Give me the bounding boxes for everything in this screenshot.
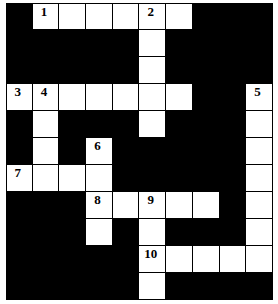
cell-r10c9[interactable] [220, 246, 247, 273]
cell-r8c10[interactable] [246, 192, 273, 219]
cell-r7c4[interactable] [86, 165, 113, 192]
cell-r9c2 [33, 219, 60, 246]
cell-r3c10 [246, 57, 273, 84]
cell-r1c3[interactable] [59, 3, 86, 30]
cell-r3c5 [113, 57, 140, 84]
cell-r10c1 [6, 246, 33, 273]
clue-number-4: 4 [33, 84, 56, 100]
crossword-board: 12345678910 [6, 3, 273, 300]
cell-r11c1 [6, 273, 33, 300]
cell-r1c7[interactable] [166, 3, 193, 30]
cell-r9c1 [6, 219, 33, 246]
cell-r9c9 [220, 219, 247, 246]
cell-r4c4[interactable] [86, 84, 113, 111]
cell-r6c2[interactable] [33, 138, 60, 165]
cell-r4c1[interactable]: 3 [6, 84, 33, 111]
cell-r7c3[interactable] [59, 165, 86, 192]
cell-r11c10 [246, 273, 273, 300]
cell-r4c7[interactable] [166, 84, 193, 111]
crossword-page: 12345678910 [0, 0, 278, 304]
cell-r8c9 [220, 192, 247, 219]
cell-r9c7 [166, 219, 193, 246]
cell-r3c9 [220, 57, 247, 84]
cell-r6c8 [193, 138, 220, 165]
cell-r4c8 [193, 84, 220, 111]
cell-r5c4 [86, 111, 113, 138]
cell-r5c10[interactable] [246, 111, 273, 138]
cell-r10c6[interactable]: 10 [139, 246, 166, 273]
cell-r3c3 [59, 57, 86, 84]
cell-r8c3 [59, 192, 86, 219]
cell-r8c1 [6, 192, 33, 219]
cell-r1c8 [193, 3, 220, 30]
cell-r6c6 [139, 138, 166, 165]
clue-number-7: 7 [7, 165, 29, 181]
cell-r11c7 [166, 273, 193, 300]
cell-r3c1 [6, 57, 33, 84]
cell-r7c9 [220, 165, 247, 192]
cell-r11c3 [59, 273, 86, 300]
clue-number-1: 1 [33, 4, 56, 20]
cell-r10c4 [86, 246, 113, 273]
cell-r9c10[interactable] [246, 219, 273, 246]
clue-number-5: 5 [246, 84, 269, 100]
cell-r8c2 [33, 192, 60, 219]
cell-r8c5[interactable] [113, 192, 140, 219]
clue-number-6: 6 [86, 138, 109, 154]
cell-r6c1 [6, 138, 33, 165]
cell-r1c10 [246, 3, 273, 30]
cell-r1c4[interactable] [86, 3, 113, 30]
cell-r7c6 [139, 165, 166, 192]
cell-r2c5 [113, 30, 140, 57]
cell-r4c6[interactable] [139, 84, 166, 111]
cell-r2c1 [6, 30, 33, 57]
cell-r6c9 [220, 138, 247, 165]
cell-r3c7 [166, 57, 193, 84]
cell-r10c2 [33, 246, 60, 273]
cell-r3c6[interactable] [139, 57, 166, 84]
cell-r7c5 [113, 165, 140, 192]
cell-r2c2 [33, 30, 60, 57]
cell-r10c10[interactable] [246, 246, 273, 273]
cell-r5c6[interactable] [139, 111, 166, 138]
cell-r1c9 [220, 3, 247, 30]
cell-r6c5 [113, 138, 140, 165]
cell-r7c8 [193, 165, 220, 192]
cell-r11c4 [86, 273, 113, 300]
cell-r5c7 [166, 111, 193, 138]
clue-number-9: 9 [139, 192, 162, 208]
cell-r5c2[interactable] [33, 111, 60, 138]
cell-r4c2[interactable]: 4 [33, 84, 60, 111]
cell-r4c10[interactable]: 5 [246, 84, 273, 111]
cell-r4c9 [220, 84, 247, 111]
cell-r4c3[interactable] [59, 84, 86, 111]
cell-r9c5 [113, 219, 140, 246]
cell-r6c3 [59, 138, 86, 165]
cell-r7c1[interactable]: 7 [6, 165, 33, 192]
cell-r2c7 [166, 30, 193, 57]
cell-r8c4[interactable]: 8 [86, 192, 113, 219]
cell-r4c5[interactable] [113, 84, 140, 111]
cell-r1c2[interactable]: 1 [33, 3, 60, 30]
cell-r10c8[interactable] [193, 246, 220, 273]
cell-r6c7 [166, 138, 193, 165]
cell-r9c4[interactable] [86, 219, 113, 246]
cell-r5c1 [6, 111, 33, 138]
cell-r2c8 [193, 30, 220, 57]
cell-r5c9 [220, 111, 247, 138]
cell-r1c5[interactable] [113, 3, 140, 30]
cell-r6c4[interactable]: 6 [86, 138, 113, 165]
cell-r1c1 [6, 3, 33, 30]
cell-r7c10[interactable] [246, 165, 273, 192]
cell-r1c6[interactable]: 2 [139, 3, 166, 30]
cell-r2c9 [220, 30, 247, 57]
cell-r11c2 [33, 273, 60, 300]
cell-r3c4 [86, 57, 113, 84]
clue-number-10: 10 [139, 246, 162, 262]
cell-r10c7[interactable] [166, 246, 193, 273]
clue-number-8: 8 [86, 192, 109, 208]
cell-r11c6[interactable] [139, 273, 166, 300]
cell-r2c6[interactable] [139, 30, 166, 57]
cell-r3c2 [33, 57, 60, 84]
clue-number-3: 3 [7, 84, 29, 100]
cell-r8c6[interactable]: 9 [139, 192, 166, 219]
cell-r3c8 [193, 57, 220, 84]
cell-r7c2[interactable] [33, 165, 60, 192]
cell-r8c8[interactable] [193, 192, 220, 219]
cell-r8c7[interactable] [166, 192, 193, 219]
cell-r11c9 [220, 273, 247, 300]
cell-r5c8 [193, 111, 220, 138]
cell-r11c5 [113, 273, 140, 300]
clue-number-2: 2 [139, 4, 162, 20]
cell-r7c7 [166, 165, 193, 192]
cell-r5c3 [59, 111, 86, 138]
cell-r11c8 [193, 273, 220, 300]
cell-r2c3 [59, 30, 86, 57]
cell-r2c4 [86, 30, 113, 57]
cell-r9c6[interactable] [139, 219, 166, 246]
cell-r9c3 [59, 219, 86, 246]
cell-r10c3 [59, 246, 86, 273]
cell-r2c10 [246, 30, 273, 57]
cell-r5c5 [113, 111, 140, 138]
cell-r6c10[interactable] [246, 138, 273, 165]
cell-r10c5 [113, 246, 140, 273]
cell-r9c8 [193, 219, 220, 246]
